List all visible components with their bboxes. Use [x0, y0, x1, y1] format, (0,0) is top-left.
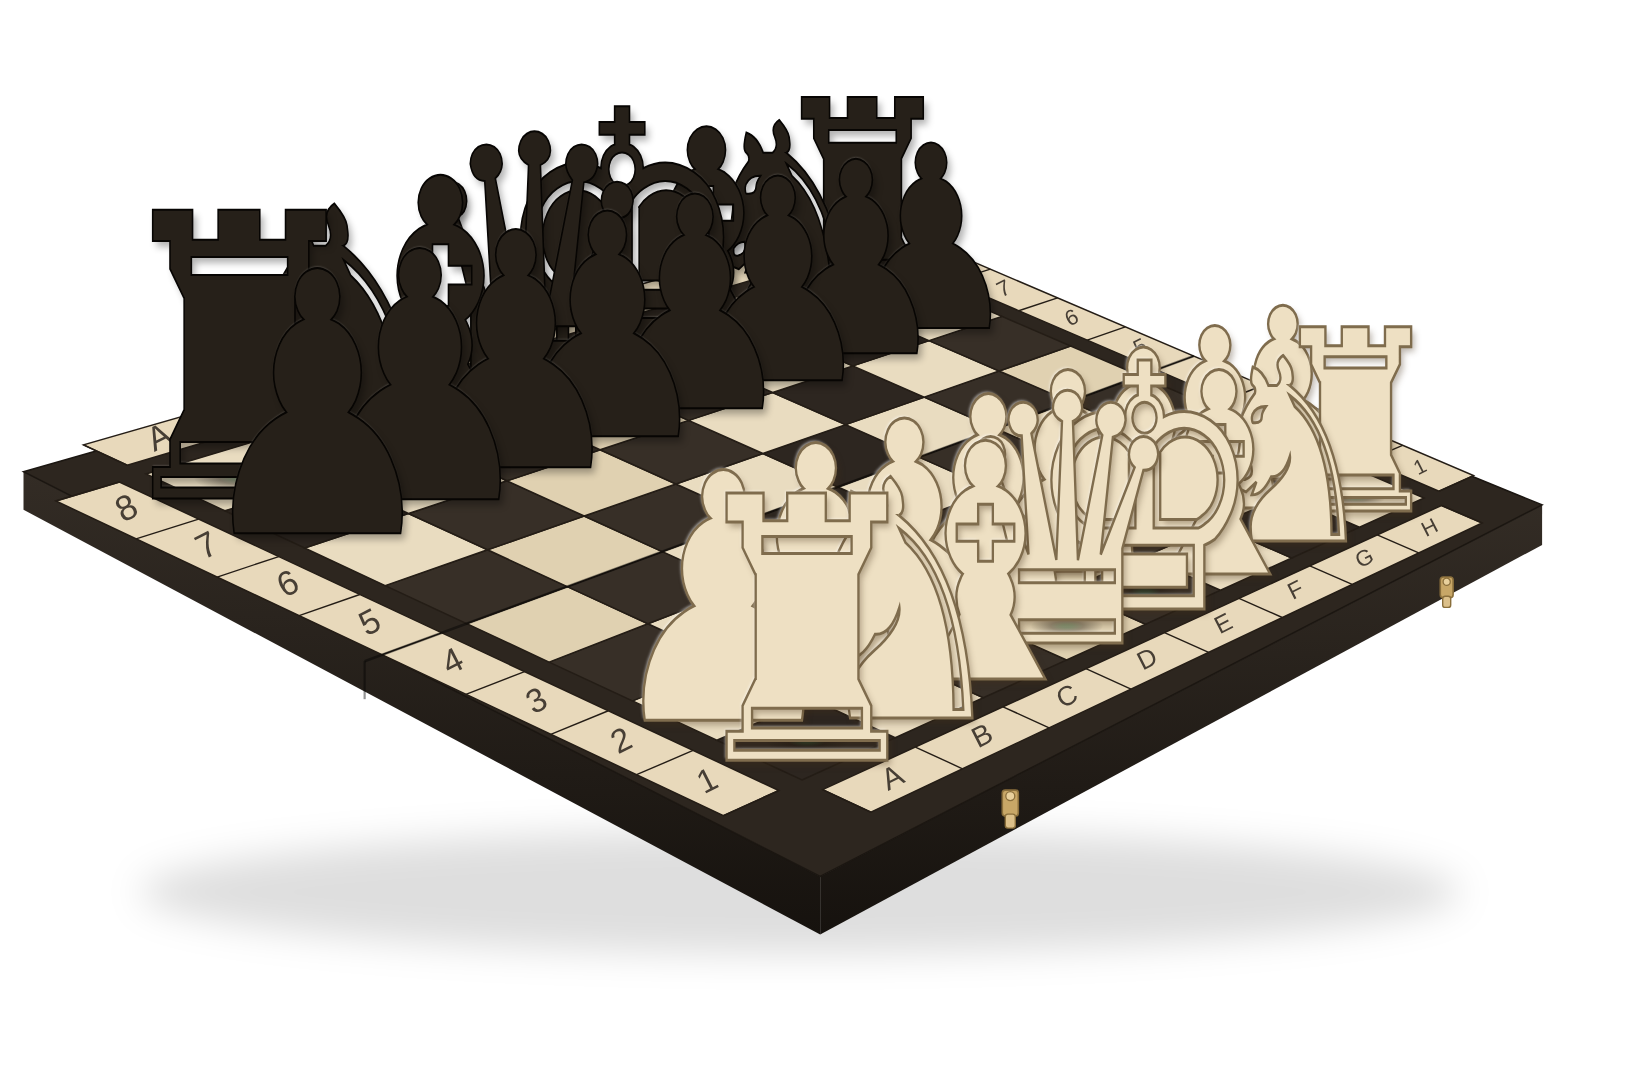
chess-set-photo: AABBCCDDEEFFGGHH1122334455667788 ♜♞♟♝♟♚♟… [0, 0, 1632, 1084]
chess-board: AABBCCDDEEFFGGHH1122334455667788 [0, 0, 1632, 1084]
brass-clasp-2 [1440, 577, 1453, 607]
brass-clasp-1 [1002, 790, 1018, 828]
